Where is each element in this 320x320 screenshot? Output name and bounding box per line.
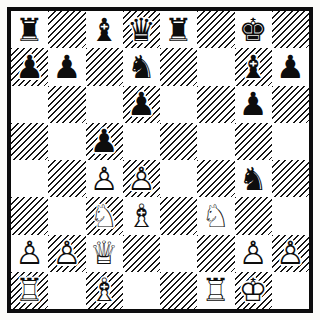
square-b4[interactable] [48, 160, 85, 197]
square-b3[interactable] [48, 197, 85, 234]
square-h6[interactable] [272, 86, 309, 123]
square-f3[interactable]: ♞♘ [197, 197, 234, 234]
black-rook[interactable]: ♜ [164, 14, 193, 46]
square-f8[interactable] [197, 11, 234, 48]
square-e7[interactable] [160, 48, 197, 85]
square-d2[interactable] [123, 235, 160, 272]
square-c7[interactable] [86, 48, 123, 85]
square-a4[interactable] [11, 160, 48, 197]
square-d5[interactable] [123, 123, 160, 160]
white-pawn[interactable]: ♙ [15, 237, 44, 269]
square-e8[interactable]: ♜♜ [160, 11, 197, 48]
square-a6[interactable] [11, 86, 48, 123]
square-f5[interactable] [197, 123, 234, 160]
square-c2[interactable]: ♛♕ [86, 235, 123, 272]
square-h7[interactable]: ♟♟ [272, 48, 309, 85]
white-pawn[interactable]: ♙ [53, 237, 82, 269]
square-c3[interactable]: ♞♘ [86, 197, 123, 234]
black-king[interactable]: ♚ [239, 14, 268, 46]
square-e6[interactable] [160, 86, 197, 123]
square-e4[interactable] [160, 160, 197, 197]
black-bishop[interactable]: ♝ [90, 14, 119, 46]
square-a7[interactable]: ♟♟ [11, 48, 48, 85]
black-pawn[interactable]: ♟ [90, 125, 119, 157]
white-queen[interactable]: ♕ [90, 237, 119, 269]
square-d7[interactable]: ♞♞ [123, 48, 160, 85]
chess-board: ♜♜♝♝♛♛♜♜♚♚♟♟♟♟♞♞♝♝♟♟♟♟♟♟♟♟♟♙♟♙♞♞♞♘♝♗♞♘♟♙… [7, 7, 313, 313]
square-h2[interactable]: ♟♙ [272, 235, 309, 272]
white-pawn[interactable]: ♙ [276, 237, 305, 269]
board-grid: ♜♜♝♝♛♛♜♜♚♚♟♟♟♟♞♞♝♝♟♟♟♟♟♟♟♟♟♙♟♙♞♞♞♘♝♗♞♘♟♙… [11, 11, 309, 309]
square-b2[interactable]: ♟♙ [48, 235, 85, 272]
black-pawn[interactable]: ♟ [127, 88, 156, 120]
white-pawn[interactable]: ♙ [90, 163, 119, 195]
square-b7[interactable]: ♟♟ [48, 48, 85, 85]
square-e2[interactable] [160, 235, 197, 272]
square-c5[interactable]: ♟♟ [86, 123, 123, 160]
square-a3[interactable] [11, 197, 48, 234]
square-c4[interactable]: ♟♙ [86, 160, 123, 197]
square-d3[interactable]: ♝♗ [123, 197, 160, 234]
square-e1[interactable] [160, 272, 197, 309]
square-g4[interactable]: ♞♞ [235, 160, 272, 197]
square-a8[interactable]: ♜♜ [11, 11, 48, 48]
square-g1[interactable]: ♚♔ [235, 272, 272, 309]
square-g5[interactable] [235, 123, 272, 160]
square-b8[interactable] [48, 11, 85, 48]
white-king[interactable]: ♔ [239, 274, 268, 306]
black-pawn[interactable]: ♟ [53, 51, 82, 83]
square-b6[interactable] [48, 86, 85, 123]
square-a2[interactable]: ♟♙ [11, 235, 48, 272]
square-a5[interactable] [11, 123, 48, 160]
square-h8[interactable] [272, 11, 309, 48]
white-knight[interactable]: ♘ [202, 200, 231, 232]
chess-diagram-page: ♜♜♝♝♛♛♜♜♚♚♟♟♟♟♞♞♝♝♟♟♟♟♟♟♟♟♟♙♟♙♞♞♞♘♝♗♞♘♟♙… [0, 0, 320, 320]
black-queen[interactable]: ♛ [127, 14, 156, 46]
square-f7[interactable] [197, 48, 234, 85]
square-d1[interactable] [123, 272, 160, 309]
black-rook[interactable]: ♜ [15, 14, 44, 46]
square-h4[interactable] [272, 160, 309, 197]
white-rook[interactable]: ♖ [15, 274, 44, 306]
square-h3[interactable] [272, 197, 309, 234]
square-b1[interactable] [48, 272, 85, 309]
square-d6[interactable]: ♟♟ [123, 86, 160, 123]
square-g8[interactable]: ♚♚ [235, 11, 272, 48]
square-g3[interactable] [235, 197, 272, 234]
square-g6[interactable]: ♟♟ [235, 86, 272, 123]
square-g7[interactable]: ♝♝ [235, 48, 272, 85]
square-e3[interactable] [160, 197, 197, 234]
white-pawn[interactable]: ♙ [127, 163, 156, 195]
white-rook[interactable]: ♖ [202, 274, 231, 306]
square-c1[interactable]: ♝♗ [86, 272, 123, 309]
white-pawn[interactable]: ♙ [239, 237, 268, 269]
white-bishop[interactable]: ♗ [90, 274, 119, 306]
white-knight[interactable]: ♘ [90, 200, 119, 232]
square-h1[interactable] [272, 272, 309, 309]
square-d4[interactable]: ♟♙ [123, 160, 160, 197]
black-pawn[interactable]: ♟ [239, 88, 268, 120]
square-f6[interactable] [197, 86, 234, 123]
black-bishop[interactable]: ♝ [239, 51, 268, 83]
black-pawn[interactable]: ♟ [15, 51, 44, 83]
black-pawn[interactable]: ♟ [276, 51, 305, 83]
black-knight[interactable]: ♞ [239, 163, 268, 195]
square-g2[interactable]: ♟♙ [235, 235, 272, 272]
square-h5[interactable] [272, 123, 309, 160]
square-d8[interactable]: ♛♛ [123, 11, 160, 48]
square-f2[interactable] [197, 235, 234, 272]
square-c6[interactable] [86, 86, 123, 123]
square-f1[interactable]: ♜♖ [197, 272, 234, 309]
white-bishop[interactable]: ♗ [127, 200, 156, 232]
square-a1[interactable]: ♜♖ [11, 272, 48, 309]
square-b5[interactable] [48, 123, 85, 160]
black-knight[interactable]: ♞ [127, 51, 156, 83]
square-c8[interactable]: ♝♝ [86, 11, 123, 48]
square-f4[interactable] [197, 160, 234, 197]
square-e5[interactable] [160, 123, 197, 160]
